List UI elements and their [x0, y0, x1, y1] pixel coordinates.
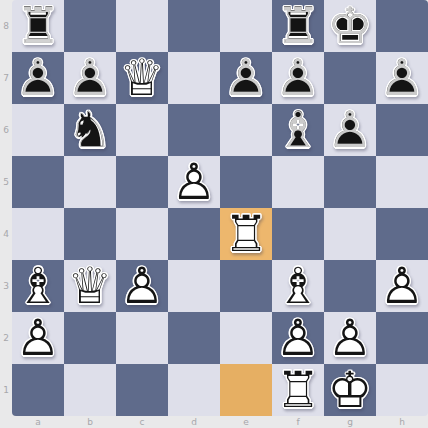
- square-b1[interactable]: [64, 364, 116, 416]
- square-f7[interactable]: ♟♙: [272, 52, 324, 104]
- piece-glyph-outline: ♙: [324, 312, 376, 364]
- rank-label-1: 1: [0, 364, 12, 416]
- piece-black-pawn-e7[interactable]: ♟♙: [220, 52, 272, 104]
- file-label-d: d: [168, 416, 220, 428]
- square-c8[interactable]: [116, 0, 168, 52]
- square-h4[interactable]: [376, 208, 428, 260]
- square-f8[interactable]: ♜♖: [272, 0, 324, 52]
- square-h6[interactable]: [376, 104, 428, 156]
- square-e4[interactable]: ♜♖: [220, 208, 272, 260]
- file-label-g: g: [324, 416, 376, 428]
- piece-black-pawn-f7[interactable]: ♟♙: [272, 52, 324, 104]
- square-c6[interactable]: [116, 104, 168, 156]
- piece-black-pawn-h7[interactable]: ♟♙: [376, 52, 428, 104]
- piece-white-pawn-h3[interactable]: ♟♙: [376, 260, 428, 312]
- square-d3[interactable]: [168, 260, 220, 312]
- rank-label-4: 4: [0, 208, 12, 260]
- piece-glyph-outline: ♙: [12, 312, 64, 364]
- square-g8[interactable]: ♚♔: [324, 0, 376, 52]
- square-d8[interactable]: [168, 0, 220, 52]
- piece-glyph-outline: ♖: [272, 364, 324, 416]
- square-h1[interactable]: [376, 364, 428, 416]
- piece-glyph-outline: ♕: [64, 260, 116, 312]
- rank-label-6: 6: [0, 104, 12, 156]
- square-f6[interactable]: ♝♗: [272, 104, 324, 156]
- square-f5[interactable]: [272, 156, 324, 208]
- square-c4[interactable]: [116, 208, 168, 260]
- piece-glyph-outline: ♙: [324, 104, 376, 156]
- piece-white-pawn-c3[interactable]: ♟♙: [116, 260, 168, 312]
- square-d4[interactable]: [168, 208, 220, 260]
- piece-black-pawn-a7[interactable]: ♟♙: [12, 52, 64, 104]
- square-a3[interactable]: ♝♗: [12, 260, 64, 312]
- file-label-c: c: [116, 416, 168, 428]
- file-label-h: h: [376, 416, 428, 428]
- square-g1[interactable]: ♚♔: [324, 364, 376, 416]
- piece-glyph-outline: ♙: [376, 52, 428, 104]
- square-h3[interactable]: ♟♙: [376, 260, 428, 312]
- square-e7[interactable]: ♟♙: [220, 52, 272, 104]
- file-label-b: b: [64, 416, 116, 428]
- square-g2[interactable]: ♟♙: [324, 312, 376, 364]
- square-b6[interactable]: ♞♘: [64, 104, 116, 156]
- piece-glyph-outline: ♔: [324, 364, 376, 416]
- square-h7[interactable]: ♟♙: [376, 52, 428, 104]
- square-d2[interactable]: [168, 312, 220, 364]
- piece-white-pawn-a2[interactable]: ♟♙: [12, 312, 64, 364]
- rank-label-7: 7: [0, 52, 12, 104]
- square-a8[interactable]: ♜♖: [12, 0, 64, 52]
- piece-glyph-outline: ♗: [272, 260, 324, 312]
- piece-glyph-outline: ♖: [272, 0, 324, 52]
- square-g5[interactable]: [324, 156, 376, 208]
- piece-white-queen-c7[interactable]: ♛♕: [116, 52, 168, 104]
- square-h5[interactable]: [376, 156, 428, 208]
- square-b5[interactable]: [64, 156, 116, 208]
- square-e5[interactable]: [220, 156, 272, 208]
- piece-glyph-outline: ♗: [272, 104, 324, 156]
- piece-white-pawn-f2[interactable]: ♟♙: [272, 312, 324, 364]
- piece-glyph-outline: ♙: [272, 312, 324, 364]
- square-a4[interactable]: [12, 208, 64, 260]
- square-g3[interactable]: [324, 260, 376, 312]
- square-c7[interactable]: ♛♕: [116, 52, 168, 104]
- square-e1[interactable]: [220, 364, 272, 416]
- piece-glyph-outline: ♙: [272, 52, 324, 104]
- piece-glyph-outline: ♔: [324, 0, 376, 52]
- piece-glyph-outline: ♙: [220, 52, 272, 104]
- square-e2[interactable]: [220, 312, 272, 364]
- square-e8[interactable]: [220, 0, 272, 52]
- piece-white-pawn-d5[interactable]: ♟♙: [168, 156, 220, 208]
- file-label-a: a: [12, 416, 64, 428]
- square-h8[interactable]: [376, 0, 428, 52]
- piece-glyph-outline: ♘: [64, 104, 116, 156]
- piece-glyph-outline: ♕: [116, 52, 168, 104]
- piece-white-bishop-a3[interactable]: ♝♗: [12, 260, 64, 312]
- piece-white-king-g1[interactable]: ♚♔: [324, 364, 376, 416]
- square-b4[interactable]: [64, 208, 116, 260]
- square-f2[interactable]: ♟♙: [272, 312, 324, 364]
- piece-white-rook-f1[interactable]: ♜♖: [272, 364, 324, 416]
- square-f3[interactable]: ♝♗: [272, 260, 324, 312]
- piece-black-rook-a8[interactable]: ♜♖: [12, 0, 64, 52]
- square-g4[interactable]: [324, 208, 376, 260]
- rank-label-3: 3: [0, 260, 12, 312]
- square-a6[interactable]: [12, 104, 64, 156]
- piece-glyph-outline: ♙: [64, 52, 116, 104]
- rank-label-2: 2: [0, 312, 12, 364]
- square-b7[interactable]: ♟♙: [64, 52, 116, 104]
- piece-glyph-outline: ♙: [376, 260, 428, 312]
- square-h2[interactable]: [376, 312, 428, 364]
- square-a5[interactable]: [12, 156, 64, 208]
- piece-glyph-outline: ♗: [12, 260, 64, 312]
- piece-glyph-outline: ♖: [12, 0, 64, 52]
- piece-white-queen-b3[interactable]: ♛♕: [64, 260, 116, 312]
- square-c1[interactable]: [116, 364, 168, 416]
- square-b3[interactable]: ♛♕: [64, 260, 116, 312]
- piece-black-knight-b6[interactable]: ♞♘: [64, 104, 116, 156]
- square-b2[interactable]: [64, 312, 116, 364]
- piece-glyph-outline: ♙: [116, 260, 168, 312]
- square-c3[interactable]: ♟♙: [116, 260, 168, 312]
- square-d6[interactable]: [168, 104, 220, 156]
- square-c2[interactable]: [116, 312, 168, 364]
- chess-board: ♜♖♜♖♚♔♟♙♟♙♛♕♟♙♟♙♟♙♞♘♝♗♟♙♟♙♜♖♝♗♛♕♟♙♝♗♟♙♟♙…: [12, 0, 428, 416]
- chess-board-screen: 87654321 ♜♖♜♖♚♔♟♙♟♙♛♕♟♙♟♙♟♙♞♘♝♗♟♙♟♙♜♖♝♗♛…: [0, 0, 428, 428]
- square-e6[interactable]: [220, 104, 272, 156]
- square-d5[interactable]: ♟♙: [168, 156, 220, 208]
- square-g6[interactable]: ♟♙: [324, 104, 376, 156]
- piece-black-pawn-g6[interactable]: ♟♙: [324, 104, 376, 156]
- rank-label-8: 8: [0, 0, 12, 52]
- piece-glyph-outline: ♙: [168, 156, 220, 208]
- piece-glyph-outline: ♖: [220, 208, 272, 260]
- square-a7[interactable]: ♟♙: [12, 52, 64, 104]
- square-e3[interactable]: [220, 260, 272, 312]
- square-d7[interactable]: [168, 52, 220, 104]
- square-b8[interactable]: [64, 0, 116, 52]
- piece-white-bishop-f3[interactable]: ♝♗: [272, 260, 324, 312]
- piece-white-rook-e4[interactable]: ♜♖: [220, 208, 272, 260]
- piece-white-pawn-g2[interactable]: ♟♙: [324, 312, 376, 364]
- square-a2[interactable]: ♟♙: [12, 312, 64, 364]
- square-f1[interactable]: ♜♖: [272, 364, 324, 416]
- piece-black-bishop-f6[interactable]: ♝♗: [272, 104, 324, 156]
- square-f4[interactable]: [272, 208, 324, 260]
- piece-black-king-g8[interactable]: ♚♔: [324, 0, 376, 52]
- piece-glyph-outline: ♙: [12, 52, 64, 104]
- file-label-f: f: [272, 416, 324, 428]
- square-d1[interactable]: [168, 364, 220, 416]
- piece-black-rook-f8[interactable]: ♜♖: [272, 0, 324, 52]
- piece-black-pawn-b7[interactable]: ♟♙: [64, 52, 116, 104]
- square-g7[interactable]: [324, 52, 376, 104]
- square-a1[interactable]: [12, 364, 64, 416]
- file-label-e: e: [220, 416, 272, 428]
- square-c5[interactable]: [116, 156, 168, 208]
- rank-label-5: 5: [0, 156, 12, 208]
